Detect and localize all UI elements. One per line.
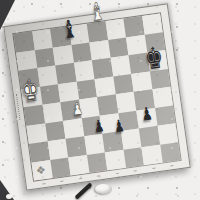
chess-board: ❖ ♝♚♚♟♟♟♟♝ — [3, 3, 190, 190]
board-logo-emblem: ❖ — [35, 163, 47, 177]
piece-black-king-h6[interactable]: ♚ — [143, 42, 165, 74]
white-dot-bottom-left — [6, 194, 12, 199]
square-b1[interactable] — [50, 157, 71, 178]
margin-mark-h — [170, 165, 173, 166]
margin-mark-d — [97, 175, 100, 176]
margin-mark-e — [115, 172, 118, 173]
square-d1[interactable] — [86, 152, 107, 173]
offboard-white-piece-top-margin[interactable]: ♝ — [89, 0, 106, 25]
square-f1[interactable] — [123, 147, 144, 168]
margin-mark-f — [134, 170, 137, 171]
square-h1[interactable] — [160, 142, 181, 163]
square-g1[interactable] — [141, 144, 162, 165]
margin-mark-g — [152, 167, 155, 168]
piece-black-bishop-c8[interactable]: ♝ — [61, 16, 79, 43]
margin-mark-a — [42, 183, 45, 184]
margin-mark-b — [61, 180, 64, 181]
piece-black-pawn-d3[interactable]: ♟ — [93, 117, 105, 135]
light-blob-object — [95, 184, 112, 194]
pen-tip-object — [74, 182, 92, 199]
margin-mark-c — [79, 177, 82, 178]
left-margin-fine-print — [16, 94, 21, 120]
photo-canvas: ❖ ♝♚♚♟♟♟♟♝ — [0, 0, 200, 200]
